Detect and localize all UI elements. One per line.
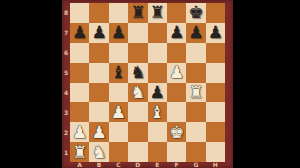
square-c6[interactable]: [109, 43, 128, 63]
square-d6[interactable]: [128, 43, 147, 63]
square-b7[interactable]: ♟: [89, 23, 108, 43]
square-f6[interactable]: [167, 43, 186, 63]
square-f8[interactable]: [167, 3, 186, 23]
square-e4[interactable]: ♟: [148, 83, 167, 103]
white-king-f2[interactable]: ♚: [169, 123, 184, 140]
letterbox-background: ♜♜♚♟♟♟♟♟♟♝♞♟♞♟♜♟♝♟♟♚♜♞ 87654321ABCDEFGH: [0, 0, 300, 168]
file-label-g: G: [186, 162, 205, 168]
rank-label-6: 6: [62, 43, 70, 63]
square-c3[interactable]: ♟: [109, 102, 128, 122]
rank-label-1: 1: [62, 142, 70, 162]
square-a4[interactable]: [70, 83, 89, 103]
square-h2[interactable]: [206, 122, 225, 142]
rank-label-5: 5: [62, 63, 70, 83]
square-f1[interactable]: [167, 142, 186, 162]
square-c1[interactable]: [109, 142, 128, 162]
black-pawn-f7[interactable]: ♟: [169, 24, 184, 41]
file-label-d: D: [128, 162, 147, 168]
white-bishop-e3[interactable]: ♝: [150, 103, 165, 120]
chess-board-frame: ♜♜♚♟♟♟♟♟♟♝♞♟♞♟♜♟♝♟♟♚♜♞ 87654321ABCDEFGH: [62, 0, 233, 168]
rank-label-2: 2: [62, 122, 70, 142]
square-g5[interactable]: [186, 63, 205, 83]
square-a6[interactable]: [70, 43, 89, 63]
square-h8[interactable]: [206, 3, 225, 23]
white-pawn-a2[interactable]: ♟: [72, 123, 87, 140]
square-h3[interactable]: [206, 102, 225, 122]
square-g1[interactable]: [186, 142, 205, 162]
square-h6[interactable]: [206, 43, 225, 63]
square-h7[interactable]: ♟: [206, 23, 225, 43]
square-g3[interactable]: [186, 102, 205, 122]
black-knight-d5[interactable]: ♞: [130, 64, 145, 81]
black-bishop-c5[interactable]: ♝: [111, 64, 126, 81]
square-b3[interactable]: [89, 102, 108, 122]
square-g4[interactable]: ♜: [186, 83, 205, 103]
black-rook-d8[interactable]: ♜: [130, 4, 145, 21]
square-f3[interactable]: [167, 102, 186, 122]
white-pawn-b2[interactable]: ♟: [91, 123, 106, 140]
square-e1[interactable]: [148, 142, 167, 162]
square-a5[interactable]: [70, 63, 89, 83]
rank-label-4: 4: [62, 83, 70, 103]
square-c4[interactable]: [109, 83, 128, 103]
square-h5[interactable]: [206, 63, 225, 83]
rank-label-7: 7: [62, 23, 70, 43]
square-e6[interactable]: [148, 43, 167, 63]
rank-label-8: 8: [62, 3, 70, 23]
black-pawn-b7[interactable]: ♟: [91, 24, 106, 41]
square-b1[interactable]: ♞: [89, 142, 108, 162]
square-e8[interactable]: ♜: [148, 3, 167, 23]
square-a1[interactable]: ♜: [70, 142, 89, 162]
file-label-a: A: [70, 162, 89, 168]
square-a8[interactable]: [70, 3, 89, 23]
square-c7[interactable]: ♟: [109, 23, 128, 43]
white-rook-a1[interactable]: ♜: [72, 143, 87, 160]
square-f5[interactable]: ♟: [167, 63, 186, 83]
white-pawn-f5[interactable]: ♟: [169, 64, 184, 81]
black-pawn-g7[interactable]: ♟: [188, 24, 203, 41]
square-c8[interactable]: [109, 3, 128, 23]
file-label-e: E: [148, 162, 167, 168]
black-rook-e8[interactable]: ♜: [150, 4, 165, 21]
black-king-g8[interactable]: ♚: [188, 4, 203, 21]
square-c2[interactable]: [109, 122, 128, 142]
white-pawn-c3[interactable]: ♟: [111, 103, 126, 120]
square-d1[interactable]: [128, 142, 147, 162]
square-f7[interactable]: ♟: [167, 23, 186, 43]
square-f4[interactable]: [167, 83, 186, 103]
square-a2[interactable]: ♟: [70, 122, 89, 142]
square-b8[interactable]: [89, 3, 108, 23]
file-label-b: B: [89, 162, 108, 168]
square-g2[interactable]: [186, 122, 205, 142]
square-a7[interactable]: ♟: [70, 23, 89, 43]
square-d7[interactable]: [128, 23, 147, 43]
square-b2[interactable]: ♟: [89, 122, 108, 142]
square-e7[interactable]: [148, 23, 167, 43]
square-d5[interactable]: ♞: [128, 63, 147, 83]
square-e2[interactable]: [148, 122, 167, 142]
square-a3[interactable]: [70, 102, 89, 122]
square-d4[interactable]: ♞: [128, 83, 147, 103]
file-label-f: F: [167, 162, 186, 168]
white-knight-b1[interactable]: ♞: [91, 143, 106, 160]
file-label-h: H: [206, 162, 225, 168]
chess-board: ♜♜♚♟♟♟♟♟♟♝♞♟♞♟♜♟♝♟♟♚♜♞: [70, 3, 225, 162]
square-e5[interactable]: [148, 63, 167, 83]
square-d3[interactable]: [128, 102, 147, 122]
white-rook-g4[interactable]: ♜: [188, 83, 203, 100]
square-g6[interactable]: [186, 43, 205, 63]
square-d2[interactable]: [128, 122, 147, 142]
black-pawn-a7[interactable]: ♟: [72, 24, 87, 41]
black-pawn-e4[interactable]: ♟: [150, 83, 165, 100]
square-g7[interactable]: ♟: [186, 23, 205, 43]
square-d8[interactable]: ♜: [128, 3, 147, 23]
square-g8[interactable]: ♚: [186, 3, 205, 23]
square-b5[interactable]: [89, 63, 108, 83]
square-b6[interactable]: [89, 43, 108, 63]
square-f2[interactable]: ♚: [167, 122, 186, 142]
square-e3[interactable]: ♝: [148, 102, 167, 122]
white-knight-d4[interactable]: ♞: [130, 83, 145, 100]
black-pawn-c7[interactable]: ♟: [111, 24, 126, 41]
square-h4[interactable]: [206, 83, 225, 103]
rank-label-3: 3: [62, 102, 70, 122]
square-c5[interactable]: ♝: [109, 63, 128, 83]
file-label-c: C: [109, 162, 128, 168]
black-pawn-h7[interactable]: ♟: [208, 24, 223, 41]
square-h1[interactable]: [206, 142, 225, 162]
square-b4[interactable]: [89, 83, 108, 103]
